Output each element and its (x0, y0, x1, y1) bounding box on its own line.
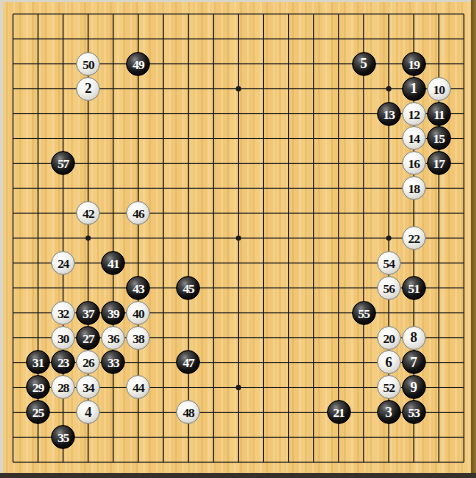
go-stone-black-o3[interactable]: 21 (327, 400, 351, 424)
board-edge-bottom (0, 473, 476, 478)
board-edge-top (0, 0, 476, 2)
go-stone-black-b4[interactable]: 29 (26, 375, 50, 399)
stone-move-number: 19 (408, 57, 419, 71)
go-stone-black-h8[interactable]: 45 (176, 276, 200, 300)
stone-move-number: 56 (383, 281, 394, 295)
stone-move-number: 34 (82, 380, 93, 394)
stone-move-number: 32 (57, 306, 68, 320)
stone-move-number: 50 (82, 57, 93, 71)
go-stone-white-r13[interactable]: 16 (402, 151, 426, 175)
stone-move-number: 25 (32, 405, 43, 419)
go-stone-white-r14[interactable]: 14 (402, 126, 426, 150)
go-stone-white-q4[interactable]: 52 (377, 375, 401, 399)
go-stone-white-c4[interactable]: 28 (51, 375, 75, 399)
stone-move-number: 47 (183, 355, 194, 369)
stone-move-number: 4 (85, 405, 92, 420)
go-stone-black-c13[interactable]: 57 (51, 151, 75, 175)
go-stone-white-q5[interactable]: 6 (377, 350, 401, 374)
stone-move-number: 21 (333, 405, 344, 419)
go-stone-black-p7[interactable]: 55 (352, 301, 376, 325)
go-stone-black-q15[interactable]: 13 (377, 102, 401, 126)
go-stone-black-d7[interactable]: 37 (76, 301, 100, 325)
stone-move-number: 29 (32, 380, 43, 394)
stone-move-number: 27 (82, 331, 93, 345)
stone-move-number: 48 (183, 405, 194, 419)
go-stone-white-r10[interactable]: 22 (402, 226, 426, 250)
go-stone-white-e6[interactable]: 36 (101, 326, 125, 350)
go-stone-white-r12[interactable]: 18 (402, 176, 426, 200)
go-stone-white-f6[interactable]: 38 (126, 326, 150, 350)
go-stone-white-s16[interactable]: 10 (427, 77, 451, 101)
go-stone-white-d3[interactable]: 4 (76, 400, 100, 424)
go-stone-black-e9[interactable]: 41 (101, 251, 125, 275)
stone-move-number: 39 (108, 306, 119, 320)
go-stone-black-r8[interactable]: 51 (402, 276, 426, 300)
stone-move-number: 13 (383, 107, 394, 121)
go-stone-black-b3[interactable]: 25 (26, 400, 50, 424)
stone-move-number: 31 (32, 355, 43, 369)
stone-move-number: 12 (408, 107, 419, 121)
go-stone-black-p17[interactable]: 5 (352, 52, 376, 76)
stone-move-number: 18 (408, 181, 419, 195)
go-stone-white-h3[interactable]: 48 (176, 400, 200, 424)
stone-move-number: 14 (408, 131, 419, 145)
stone-move-number: 44 (133, 380, 144, 394)
go-stone-black-r16[interactable]: 1 (402, 77, 426, 101)
go-stone-white-d5[interactable]: 26 (76, 350, 100, 374)
go-stone-black-f17[interactable]: 49 (126, 52, 150, 76)
go-stone-white-c7[interactable]: 32 (51, 301, 75, 325)
go-stone-black-c5[interactable]: 23 (51, 350, 75, 374)
stone-move-number: 10 (433, 82, 444, 96)
go-stone-white-c9[interactable]: 24 (51, 251, 75, 275)
stone-move-number: 1 (410, 81, 417, 96)
go-stone-black-f8[interactable]: 43 (126, 276, 150, 300)
go-stone-white-q8[interactable]: 56 (377, 276, 401, 300)
stone-move-number: 16 (408, 156, 419, 170)
go-stone-black-e5[interactable]: 33 (101, 350, 125, 374)
stone-move-number: 53 (408, 405, 419, 419)
stone-move-number: 55 (358, 306, 369, 320)
go-stone-black-s15[interactable]: 11 (427, 102, 451, 126)
stone-move-number: 57 (57, 156, 68, 170)
stone-move-number: 22 (408, 231, 419, 245)
go-stone-black-h5[interactable]: 47 (176, 350, 200, 374)
stone-move-number: 5 (360, 56, 367, 71)
board-edge-left (0, 0, 3, 478)
stone-move-number: 3 (385, 405, 392, 420)
go-stone-black-r17[interactable]: 19 (402, 52, 426, 76)
go-board[interactable]: 1234567891011121314151617181920212223242… (0, 0, 476, 478)
go-stone-black-s14[interactable]: 15 (427, 126, 451, 150)
stone-move-number: 17 (433, 156, 444, 170)
go-stone-black-r3[interactable]: 53 (402, 400, 426, 424)
stone-move-number: 54 (383, 256, 394, 270)
stone-move-number: 20 (383, 331, 394, 345)
stone-move-number: 40 (133, 306, 144, 320)
go-stone-white-r6[interactable]: 8 (402, 326, 426, 350)
go-stone-white-d4[interactable]: 34 (76, 375, 100, 399)
stone-move-number: 11 (433, 107, 444, 121)
stone-move-number: 52 (383, 380, 394, 394)
board-edge-right (471, 0, 476, 478)
stone-move-number: 37 (82, 306, 93, 320)
go-stone-white-d11[interactable]: 42 (76, 201, 100, 225)
go-stone-black-c2[interactable]: 35 (51, 425, 75, 449)
go-stone-white-f4[interactable]: 44 (126, 375, 150, 399)
go-stone-white-f7[interactable]: 40 (126, 301, 150, 325)
go-stone-white-q9[interactable]: 54 (377, 251, 401, 275)
stone-move-number: 42 (82, 206, 93, 220)
stone-move-number: 6 (385, 355, 392, 370)
stone-move-number: 45 (183, 281, 194, 295)
go-stone-white-q6[interactable]: 20 (377, 326, 401, 350)
go-stone-black-e7[interactable]: 39 (101, 301, 125, 325)
go-stone-black-s13[interactable]: 17 (427, 151, 451, 175)
go-stone-white-d17[interactable]: 50 (76, 52, 100, 76)
stone-move-number: 23 (57, 355, 68, 369)
go-stone-black-q3[interactable]: 3 (377, 400, 401, 424)
go-stone-white-d16[interactable]: 2 (76, 77, 100, 101)
stone-move-number: 33 (108, 355, 119, 369)
stone-move-number: 15 (433, 131, 444, 145)
go-stone-black-d6[interactable]: 27 (76, 326, 100, 350)
go-stone-white-f11[interactable]: 46 (126, 201, 150, 225)
stone-move-number: 35 (57, 430, 68, 444)
stones-layer: 1234567891011121314151617181920212223242… (1, 2, 476, 475)
go-stone-white-c6[interactable]: 30 (51, 326, 75, 350)
stone-move-number: 38 (133, 331, 144, 345)
stone-move-number: 8 (410, 330, 417, 345)
stone-move-number: 7 (410, 355, 417, 370)
stone-move-number: 2 (85, 81, 92, 96)
go-stone-black-r4[interactable]: 9 (402, 375, 426, 399)
stone-move-number: 30 (57, 331, 68, 345)
stone-move-number: 41 (108, 256, 119, 270)
go-stone-black-r5[interactable]: 7 (402, 350, 426, 374)
stone-move-number: 49 (133, 57, 144, 71)
stone-move-number: 28 (57, 380, 68, 394)
go-stone-white-r15[interactable]: 12 (402, 102, 426, 126)
stone-move-number: 36 (108, 331, 119, 345)
go-stone-black-b5[interactable]: 31 (26, 350, 50, 374)
stone-move-number: 46 (133, 206, 144, 220)
stone-move-number: 43 (133, 281, 144, 295)
stone-move-number: 26 (82, 355, 93, 369)
stone-move-number: 24 (57, 256, 68, 270)
stone-move-number: 9 (410, 380, 417, 395)
stone-move-number: 51 (408, 281, 419, 295)
